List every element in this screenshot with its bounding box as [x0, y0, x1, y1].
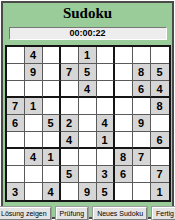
- cell-r1c7[interactable]: [115, 47, 133, 64]
- cell-r6c1[interactable]: [7, 132, 25, 149]
- cell-r9c4[interactable]: [61, 183, 79, 200]
- cell-r8c2[interactable]: [25, 166, 43, 183]
- cell-r3c7[interactable]: [115, 81, 133, 98]
- cell-r3c9: 4: [151, 81, 169, 98]
- cell-r9c6: 5: [97, 183, 115, 200]
- cell-r1c5: 1: [79, 47, 97, 64]
- cell-r7c9[interactable]: [151, 149, 169, 166]
- cell-r2c5: 5: [79, 64, 97, 81]
- cell-r5c2[interactable]: [25, 115, 43, 132]
- cell-r4c8[interactable]: [133, 98, 151, 115]
- cell-r4c6[interactable]: [97, 98, 115, 115]
- cell-r5c8: 9: [133, 115, 151, 132]
- cell-r7c5[interactable]: [79, 149, 97, 166]
- cell-r4c4[interactable]: [61, 98, 79, 115]
- cell-r7c1[interactable]: [7, 149, 25, 166]
- cell-r3c8: 6: [133, 81, 151, 98]
- cell-r3c3[interactable]: [43, 81, 61, 98]
- sudoku-board: 4197585464718652494164187536734951: [5, 45, 171, 202]
- cell-r3c1[interactable]: [7, 81, 25, 98]
- cell-r2c6[interactable]: [97, 64, 115, 81]
- cell-r2c1[interactable]: [7, 64, 25, 81]
- cell-r7c8: 7: [133, 149, 151, 166]
- cell-r4c1: 7: [7, 98, 25, 115]
- cell-r6c2[interactable]: [25, 132, 43, 149]
- cell-r4c5[interactable]: [79, 98, 97, 115]
- cell-r1c6[interactable]: [97, 47, 115, 64]
- cell-r2c4: 7: [61, 64, 79, 81]
- cell-r9c7[interactable]: [115, 183, 133, 200]
- cell-r5c9[interactable]: [151, 115, 169, 132]
- cell-r6c9: 6: [151, 132, 169, 149]
- cell-r2c7[interactable]: [115, 64, 133, 81]
- cell-r5c7[interactable]: [115, 115, 133, 132]
- cell-r7c3: 1: [43, 149, 61, 166]
- cell-r2c8: 8: [133, 64, 151, 81]
- cell-r3c4[interactable]: [61, 81, 79, 98]
- cell-r6c8[interactable]: [133, 132, 151, 149]
- show-solution-button[interactable]: Lösung zeigen: [0, 207, 51, 220]
- cell-r1c9[interactable]: [151, 47, 169, 64]
- cell-r7c4[interactable]: [61, 149, 79, 166]
- cell-r9c3: 4: [43, 183, 61, 200]
- cell-r6c4: 4: [61, 132, 79, 149]
- cell-r4c3[interactable]: [43, 98, 61, 115]
- cell-r6c3[interactable]: [43, 132, 61, 149]
- timer-display: 00:00:22: [9, 27, 167, 40]
- cell-r6c6: 1: [97, 132, 115, 149]
- cell-r9c9: 1: [151, 183, 169, 200]
- cell-r1c3[interactable]: [43, 47, 61, 64]
- cell-r9c2[interactable]: [25, 183, 43, 200]
- cell-r4c7[interactable]: [115, 98, 133, 115]
- cell-r3c5: 4: [79, 81, 97, 98]
- cell-r3c6[interactable]: [97, 81, 115, 98]
- done-button[interactable]: Fertig: [152, 207, 175, 220]
- cell-r7c6[interactable]: [97, 149, 115, 166]
- cell-r3c2[interactable]: [25, 81, 43, 98]
- cell-r8c7: 6: [115, 166, 133, 183]
- cell-r1c1[interactable]: [7, 47, 25, 64]
- cell-r6c5[interactable]: [79, 132, 97, 149]
- cell-r8c5[interactable]: [79, 166, 97, 183]
- cell-r9c1: 3: [7, 183, 25, 200]
- cell-r5c3: 5: [43, 115, 61, 132]
- cell-r7c7: 8: [115, 149, 133, 166]
- cell-r8c4: 5: [61, 166, 79, 183]
- cell-r1c8[interactable]: [133, 47, 151, 64]
- check-button[interactable]: Prüfung: [56, 207, 89, 220]
- cell-r8c8[interactable]: [133, 166, 151, 183]
- cell-r1c2: 4: [25, 47, 43, 64]
- cell-r5c1: 6: [7, 115, 25, 132]
- cell-r9c5: 9: [79, 183, 97, 200]
- button-bar: Lösung zeigen Prüfung Neues Sudoku Ferti…: [3, 207, 172, 220]
- cell-r7c2: 4: [25, 149, 43, 166]
- cell-r5c5[interactable]: [79, 115, 97, 132]
- cell-r4c2: 1: [25, 98, 43, 115]
- cell-r6c7[interactable]: [115, 132, 133, 149]
- cell-r8c1[interactable]: [7, 166, 25, 183]
- cell-r5c6: 4: [97, 115, 115, 132]
- new-sudoku-button[interactable]: Neues Sudoku: [93, 207, 147, 220]
- cell-r9c8[interactable]: [133, 183, 151, 200]
- cell-r1c4[interactable]: [61, 47, 79, 64]
- cell-r4c9: 8: [151, 98, 169, 115]
- app-title: Sudoku: [3, 5, 172, 22]
- cell-r2c2: 9: [25, 64, 43, 81]
- cell-r2c9: 5: [151, 64, 169, 81]
- cell-r8c3[interactable]: [43, 166, 61, 183]
- cell-r2c3[interactable]: [43, 64, 61, 81]
- cell-r8c9: 7: [151, 166, 169, 183]
- sudoku-applet: Sudoku 00:00:22 419758546471865249416418…: [1, 1, 174, 219]
- cell-r5c4: 2: [61, 115, 79, 132]
- cell-r8c6: 3: [97, 166, 115, 183]
